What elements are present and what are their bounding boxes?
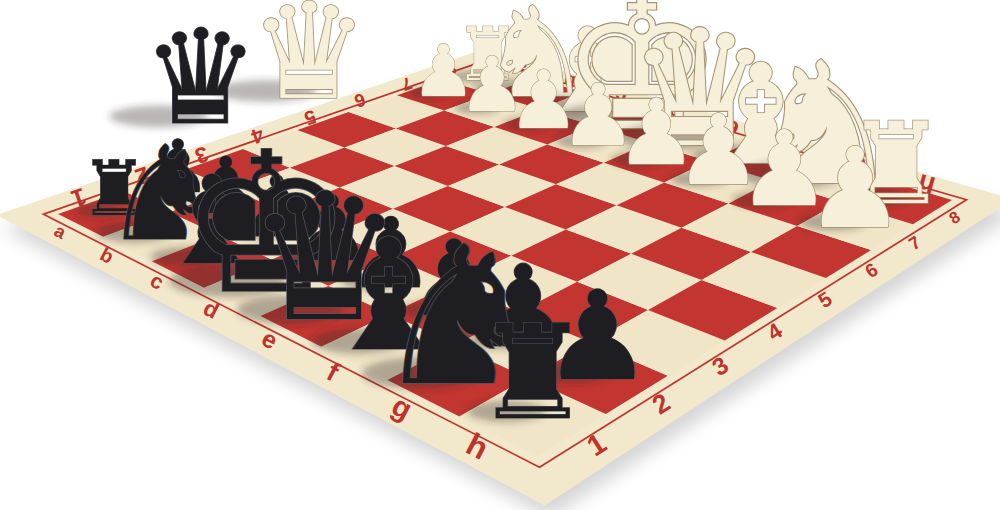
- chessboard: aabbccddeeffgghh1122334455667788♜♞♟♛♝♟♛♚…: [0, 0, 1000, 510]
- white-pawn-h7: ♟: [805, 124, 905, 253]
- black-rook-h1: ♜: [474, 297, 591, 449]
- chess-set-product-photo: aabbccddeeffgghh1122334455667788♜♞♟♛♝♟♛♚…: [0, 0, 1000, 510]
